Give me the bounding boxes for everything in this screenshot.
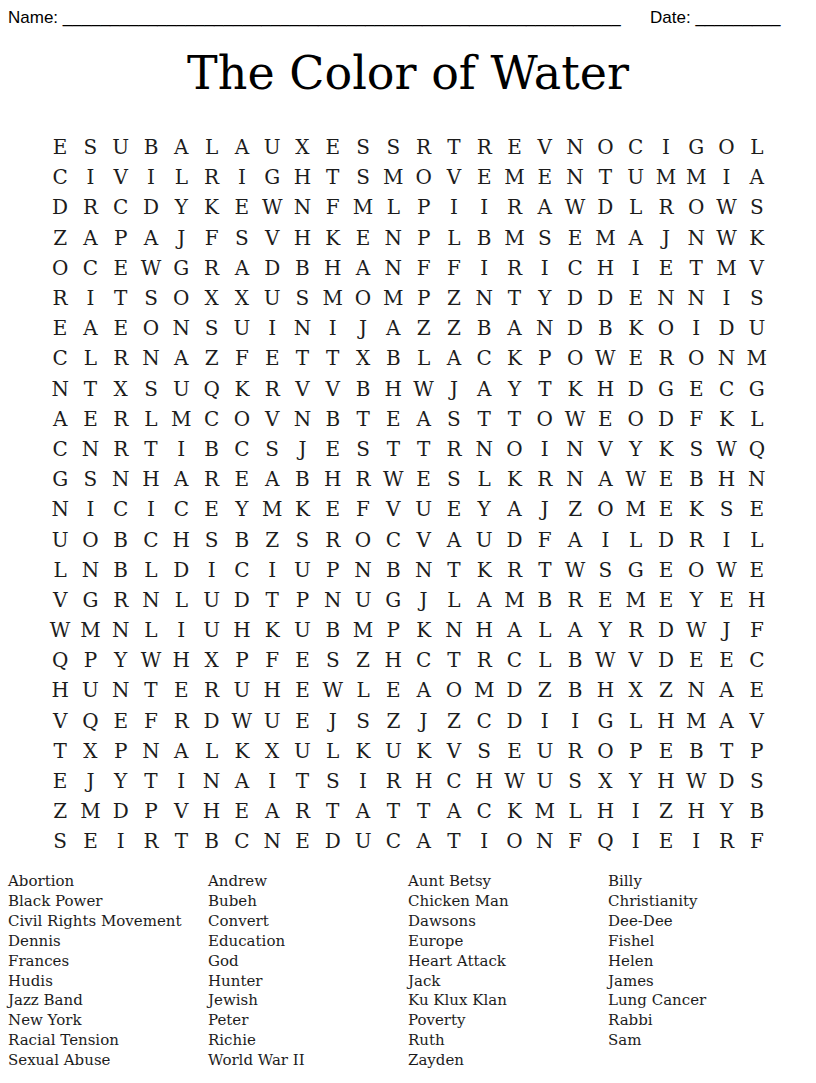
grid-cell: J	[711, 615, 741, 645]
grid-cell: E	[742, 675, 772, 705]
grid-cell: F	[439, 253, 469, 283]
grid-cell: B	[287, 464, 317, 494]
grid-cell: S	[439, 464, 469, 494]
grid-cell: W	[560, 192, 590, 222]
grid-cell: S	[348, 162, 378, 192]
name-blank-line[interactable]: ________________________________________…	[63, 8, 621, 27]
word-list-item: Education	[208, 932, 404, 952]
grid-cell: S	[348, 132, 378, 162]
grid-cell: I	[621, 826, 651, 856]
word-list-item: New York	[8, 1011, 204, 1031]
grid-cell: D	[590, 283, 620, 313]
grid-cell: O	[590, 494, 620, 524]
grid-cell: S	[711, 494, 741, 524]
grid-cell: L	[196, 132, 226, 162]
grid-cell: K	[348, 736, 378, 766]
grid-cell: E	[711, 585, 741, 615]
grid-cell: T	[257, 585, 287, 615]
grid-cell: I	[590, 524, 620, 554]
grid-cell: N	[681, 675, 711, 705]
word-list-item: Jazz Band	[8, 991, 204, 1011]
grid-cell: P	[227, 645, 257, 675]
grid-cell: W	[560, 555, 590, 585]
grid-cell: U	[166, 374, 196, 404]
grid-cell: M	[378, 283, 408, 313]
grid-cell: O	[560, 343, 590, 373]
grid-cell: E	[499, 736, 529, 766]
grid-cell: N	[348, 555, 378, 585]
word-list-item: Sexual Abuse	[8, 1051, 204, 1071]
word-list-item: God	[208, 952, 404, 972]
grid-cell: L	[621, 524, 651, 554]
grid-cell: N	[106, 675, 136, 705]
word-list-item: Peter	[208, 1011, 404, 1031]
word-list-item: Ruth	[408, 1031, 604, 1051]
grid-cell: Y	[469, 494, 499, 524]
grid-cell: A	[75, 223, 105, 253]
grid-cell: C	[227, 826, 257, 856]
grid-cell: S	[742, 192, 772, 222]
grid-cell: I	[227, 162, 257, 192]
word-list-column-4: BillyChristianityDee-DeeFishelHelenJames…	[608, 872, 804, 1051]
grid-cell: T	[136, 766, 166, 796]
grid-cell: F	[136, 706, 166, 736]
grid-cell: A	[711, 706, 741, 736]
grid-cell: I	[621, 253, 651, 283]
grid-cell: C	[196, 404, 226, 434]
grid-cell: R	[560, 736, 590, 766]
grid-cell: M	[348, 192, 378, 222]
date-blank-line[interactable]: _________	[695, 8, 780, 27]
date-label: Date:	[650, 8, 691, 27]
grid-cell: U	[287, 555, 317, 585]
grid-cell: N	[530, 826, 560, 856]
grid-cell: S	[196, 524, 226, 554]
grid-cell: H	[318, 253, 348, 283]
grid-cell: L	[136, 555, 166, 585]
grid-cell: T	[136, 675, 166, 705]
grid-cell: D	[227, 585, 257, 615]
grid-cell: K	[742, 223, 772, 253]
grid-cell: N	[560, 464, 590, 494]
grid-cell: T	[318, 162, 348, 192]
grid-cell: S	[136, 374, 166, 404]
grid-cell: N	[287, 404, 317, 434]
word-list-item: Jack	[408, 972, 604, 992]
grid-cell: B	[136, 132, 166, 162]
grid-cell: E	[651, 253, 681, 283]
grid-cell: T	[318, 796, 348, 826]
grid-cell: X	[348, 343, 378, 373]
grid-cell: A	[166, 736, 196, 766]
grid-cell: D	[651, 524, 681, 554]
grid-cell: K	[408, 615, 438, 645]
grid-cell: I	[711, 283, 741, 313]
grid-cell: N	[75, 434, 105, 464]
grid-cell: T	[499, 283, 529, 313]
grid-cell: K	[621, 313, 651, 343]
grid-cell: O	[227, 404, 257, 434]
grid-cell: U	[227, 675, 257, 705]
grid-cell: K	[560, 374, 590, 404]
grid-cell: L	[378, 192, 408, 222]
grid-cell: E	[681, 645, 711, 675]
grid-cell: E	[651, 826, 681, 856]
grid-cell: B	[378, 555, 408, 585]
grid-cell: I	[711, 524, 741, 554]
grid-cell: E	[287, 675, 317, 705]
grid-cell: V	[621, 645, 651, 675]
grid-cell: I	[166, 766, 196, 796]
grid-cell: U	[196, 615, 226, 645]
grid-cell: M	[348, 615, 378, 645]
grid-cell: T	[136, 434, 166, 464]
grid-cell: B	[681, 736, 711, 766]
grid-cell: B	[348, 374, 378, 404]
grid-cell: V	[45, 585, 75, 615]
grid-cell: R	[651, 192, 681, 222]
grid-cell: L	[742, 404, 772, 434]
grid-cell: N	[257, 826, 287, 856]
grid-cell: R	[136, 826, 166, 856]
word-list-item: Black Power	[8, 892, 204, 912]
grid-cell: D	[499, 524, 529, 554]
grid-cell: K	[196, 192, 226, 222]
grid-cell: R	[196, 253, 226, 283]
grid-cell: U	[621, 162, 651, 192]
word-list-item: Andrew	[208, 872, 404, 892]
grid-cell: G	[742, 374, 772, 404]
grid-cell: S	[590, 555, 620, 585]
grid-cell: T	[439, 645, 469, 675]
grid-cell: Z	[45, 223, 75, 253]
grid-cell: O	[439, 675, 469, 705]
grid-cell: H	[166, 645, 196, 675]
grid-cell: W	[45, 615, 75, 645]
grid-cell: O	[136, 313, 166, 343]
grid-cell: V	[408, 524, 438, 554]
grid-cell: O	[590, 736, 620, 766]
grid-cell: M	[75, 615, 105, 645]
grid-cell: R	[711, 826, 741, 856]
grid-cell: U	[257, 283, 287, 313]
grid-cell: L	[136, 615, 166, 645]
grid-cell: O	[530, 404, 560, 434]
grid-cell: W	[499, 766, 529, 796]
grid-cell: J	[287, 434, 317, 464]
grid-cell: E	[651, 585, 681, 615]
grid-cell: V	[166, 796, 196, 826]
grid-cell: M	[621, 494, 651, 524]
grid-cell: U	[257, 706, 287, 736]
grid-cell: W	[711, 434, 741, 464]
grid-cell: L	[621, 192, 651, 222]
grid-cell: A	[711, 675, 741, 705]
grid-cell: L	[318, 736, 348, 766]
grid-cell: O	[75, 524, 105, 554]
grid-cell: E	[439, 494, 469, 524]
grid-cell: O	[166, 283, 196, 313]
grid-cell: E	[318, 434, 348, 464]
grid-cell: L	[166, 162, 196, 192]
grid-cell: P	[408, 283, 438, 313]
word-list-column-2: AndrewBubehConvertEducationGodHunterJewi…	[208, 872, 404, 1071]
grid-cell: D	[136, 192, 166, 222]
grid-cell: K	[651, 434, 681, 464]
grid-cell: D	[196, 706, 226, 736]
grid-cell: J	[75, 766, 105, 796]
grid-cell: Y	[681, 585, 711, 615]
grid-cell: V	[742, 253, 772, 283]
grid-cell: R	[530, 464, 560, 494]
grid-cell: M	[499, 223, 529, 253]
grid-cell: T	[530, 374, 560, 404]
grid-cell: A	[530, 192, 560, 222]
grid-cell: X	[106, 374, 136, 404]
grid-cell: O	[590, 132, 620, 162]
grid-cell: N	[560, 434, 590, 464]
grid-cell: O	[45, 253, 75, 283]
word-list-item: Aunt Betsy	[408, 872, 604, 892]
word-list-column-3: Aunt BetsyChicken ManDawsonsEuropeHeart …	[408, 872, 604, 1071]
grid-cell: G	[45, 464, 75, 494]
grid-cell: N	[408, 555, 438, 585]
grid-cell: P	[378, 615, 408, 645]
grid-cell: E	[287, 826, 317, 856]
grid-cell: W	[378, 464, 408, 494]
grid-cell: P	[136, 796, 166, 826]
grid-cell: B	[106, 524, 136, 554]
word-list-item: Convert	[208, 912, 404, 932]
grid-cell: C	[711, 374, 741, 404]
grid-cell: S	[257, 434, 287, 464]
grid-cell: V	[106, 162, 136, 192]
grid-cell: E	[378, 404, 408, 434]
grid-cell: E	[651, 494, 681, 524]
grid-cell: A	[469, 374, 499, 404]
grid-cell: L	[75, 343, 105, 373]
grid-cell: F	[560, 826, 590, 856]
word-list-item: James	[608, 972, 804, 992]
grid-cell: E	[651, 736, 681, 766]
grid-cell: A	[348, 253, 378, 283]
grid-cell: W	[621, 464, 651, 494]
word-list-item: Hudis	[8, 972, 204, 992]
grid-cell: B	[196, 434, 226, 464]
grid-cell: R	[499, 253, 529, 283]
grid-cell: A	[439, 524, 469, 554]
grid-cell: T	[439, 826, 469, 856]
grid-cell: Y	[499, 374, 529, 404]
grid-cell: Z	[439, 313, 469, 343]
grid-cell: G	[651, 374, 681, 404]
grid-cell: O	[711, 132, 741, 162]
grid-cell: B	[318, 615, 348, 645]
name-label: Name:	[8, 8, 58, 27]
grid-cell: G	[590, 706, 620, 736]
grid-cell: U	[348, 585, 378, 615]
grid-cell: D	[106, 796, 136, 826]
grid-cell: X	[196, 283, 226, 313]
grid-cell: N	[378, 223, 408, 253]
grid-cell: I	[439, 192, 469, 222]
grid-cell: M	[499, 585, 529, 615]
grid-cell: K	[227, 736, 257, 766]
grid-cell: X	[287, 132, 317, 162]
grid-cell: X	[621, 675, 651, 705]
grid-cell: U	[257, 132, 287, 162]
word-list-item: Fishel	[608, 932, 804, 952]
grid-cell: S	[742, 283, 772, 313]
grid-cell: R	[196, 675, 226, 705]
grid-cell: C	[106, 192, 136, 222]
grid-cell: L	[348, 675, 378, 705]
grid-cell: N	[378, 253, 408, 283]
grid-cell: M	[499, 162, 529, 192]
word-list-item: Civil Rights Movement	[8, 912, 204, 932]
grid-cell: M	[681, 706, 711, 736]
grid-cell: U	[106, 132, 136, 162]
grid-cell: B	[469, 313, 499, 343]
grid-cell: V	[287, 374, 317, 404]
grid-cell: A	[166, 132, 196, 162]
grid-cell: F	[318, 192, 348, 222]
grid-cell: E	[681, 374, 711, 404]
grid-cell: N	[45, 374, 75, 404]
word-list-item: Ku Klux Klan	[408, 991, 604, 1011]
puzzle-title: The Color of Water	[0, 44, 816, 102]
grid-cell: C	[469, 796, 499, 826]
grid-cell: A	[166, 464, 196, 494]
grid-cell: R	[621, 615, 651, 645]
grid-cell: H	[287, 223, 317, 253]
grid-cell: E	[106, 706, 136, 736]
grid-cell: I	[348, 766, 378, 796]
grid-cell: N	[681, 283, 711, 313]
grid-cell: B	[681, 464, 711, 494]
grid-cell: F	[530, 524, 560, 554]
grid-cell: T	[348, 404, 378, 434]
word-list-item: Sam	[608, 1031, 804, 1051]
grid-cell: A	[227, 132, 257, 162]
grid-cell: R	[196, 464, 226, 494]
grid-cell: E	[75, 826, 105, 856]
word-list-item: Chicken Man	[408, 892, 604, 912]
grid-cell: W	[560, 404, 590, 434]
grid-cell: E	[227, 464, 257, 494]
grid-cell: H	[318, 464, 348, 494]
grid-cell: I	[106, 826, 136, 856]
grid-cell: R	[348, 464, 378, 494]
grid-cell: T	[318, 343, 348, 373]
grid-cell: L	[439, 585, 469, 615]
grid-cell: N	[651, 283, 681, 313]
grid-cell: R	[681, 524, 711, 554]
grid-cell: O	[348, 283, 378, 313]
grid-cell: E	[106, 253, 136, 283]
grid-cell: S	[75, 464, 105, 494]
word-list-item: Bubeh	[208, 892, 404, 912]
grid-cell: T	[711, 736, 741, 766]
grid-cell: A	[499, 494, 529, 524]
grid-cell: O	[499, 826, 529, 856]
grid-cell: I	[530, 434, 560, 464]
grid-cell: U	[742, 313, 772, 343]
grid-cell: R	[166, 706, 196, 736]
grid-cell: N	[530, 313, 560, 343]
grid-cell: B	[318, 404, 348, 434]
grid-cell: C	[227, 434, 257, 464]
grid-cell: I	[75, 162, 105, 192]
grid-cell: Z	[651, 796, 681, 826]
grid-cell: S	[681, 434, 711, 464]
grid-cell: D	[651, 404, 681, 434]
grid-cell: I	[318, 313, 348, 343]
grid-cell: E	[499, 132, 529, 162]
word-list-item: Europe	[408, 932, 604, 952]
grid-cell: G	[378, 585, 408, 615]
grid-cell: N	[106, 464, 136, 494]
grid-cell: W	[681, 615, 711, 645]
grid-cell: A	[621, 223, 651, 253]
grid-cell: W	[408, 374, 438, 404]
grid-cell: T	[439, 555, 469, 585]
word-list-item: Dee-Dee	[608, 912, 804, 932]
grid-cell: Z	[348, 645, 378, 675]
grid-cell: I	[621, 796, 651, 826]
grid-cell: M	[711, 253, 741, 283]
word-list-item: Rabbi	[608, 1011, 804, 1031]
grid-cell: R	[106, 585, 136, 615]
grid-cell: R	[106, 404, 136, 434]
grid-cell: C	[45, 434, 75, 464]
word-list-item: Richie	[208, 1031, 404, 1051]
grid-cell: K	[499, 464, 529, 494]
grid-cell: L	[469, 464, 499, 494]
grid-cell: A	[439, 343, 469, 373]
grid-cell: U	[287, 736, 317, 766]
grid-cell: Y	[106, 766, 136, 796]
grid-cell: Z	[257, 524, 287, 554]
grid-cell: F	[742, 615, 772, 645]
grid-cell: E	[227, 192, 257, 222]
grid-cell: L	[560, 796, 590, 826]
grid-cell: L	[742, 132, 772, 162]
grid-cell: W	[590, 343, 620, 373]
grid-cell: D	[45, 192, 75, 222]
grid-cell: M	[742, 343, 772, 373]
grid-cell: J	[408, 706, 438, 736]
grid-cell: E	[590, 404, 620, 434]
grid-cell: B	[106, 555, 136, 585]
grid-cell: W	[257, 192, 287, 222]
grid-cell: O	[499, 434, 529, 464]
grid-cell: E	[348, 223, 378, 253]
grid-cell: X	[227, 283, 257, 313]
grid-cell: O	[681, 343, 711, 373]
grid-cell: N	[439, 615, 469, 645]
grid-cell: E	[45, 132, 75, 162]
grid-cell: C	[166, 494, 196, 524]
grid-cell: I	[75, 283, 105, 313]
grid-cell: N	[711, 343, 741, 373]
grid-cell: X	[590, 766, 620, 796]
grid-cell: V	[439, 736, 469, 766]
grid-cell: A	[45, 404, 75, 434]
word-list-item: Billy	[608, 872, 804, 892]
word-list-item: World War II	[208, 1051, 404, 1071]
grid-cell: W	[711, 223, 741, 253]
